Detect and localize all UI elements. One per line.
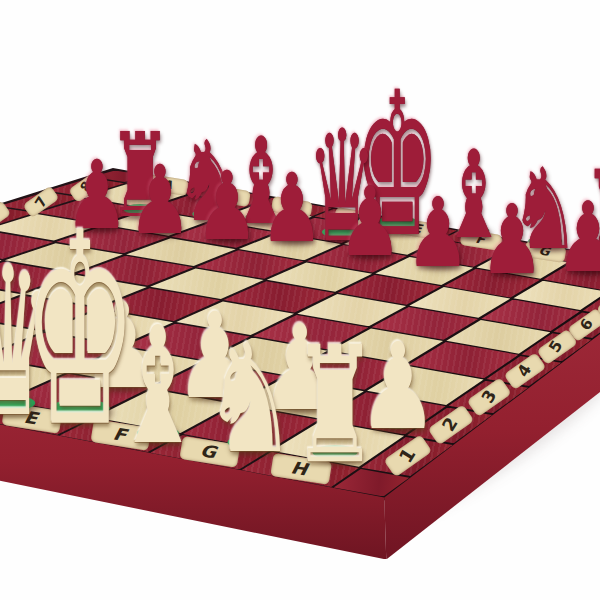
piece-red-pawn-f7[interactable]: ♟ [406, 185, 471, 281]
chess-set-photo: HHGGFFEEDDCCBBAA1122334455667788♜♞♝♚♟♟♝♛… [0, 0, 600, 600]
piece-white-bishop-f1[interactable]: ♝ [113, 305, 203, 467]
piece-red-pawn-c7[interactable]: ♟ [195, 159, 259, 254]
piece-red-pawn-g7[interactable]: ♟ [480, 192, 545, 288]
piece-red-pawn-h7[interactable]: ♟ [555, 189, 600, 286]
rank-label-2: 2 [440, 415, 462, 435]
rank-label-3: 3 [479, 387, 500, 406]
rank-label-5: 5 [548, 338, 567, 355]
piece-red-pawn-d7[interactable]: ♟ [260, 161, 324, 256]
piece-red-pawn-e7[interactable]: ♟ [338, 174, 403, 270]
piece-white-knight-g1[interactable]: ♞ [203, 324, 297, 474]
piece-red-pawn-b7[interactable]: ♟ [128, 153, 192, 248]
piece-white-rook-h1[interactable]: ♜ [292, 325, 379, 486]
rank-label-4: 4 [515, 362, 535, 380]
